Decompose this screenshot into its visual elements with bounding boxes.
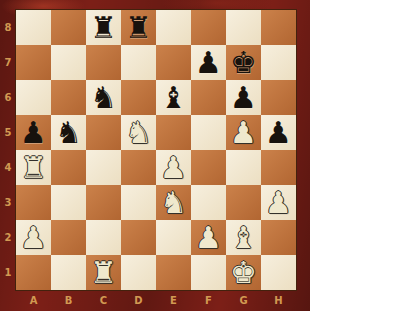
square-h4[interactable]: [261, 150, 296, 185]
square-e3[interactable]: ♞: [156, 185, 191, 220]
square-c7[interactable]: [86, 45, 121, 80]
black-king-icon: ♚: [226, 45, 261, 80]
black-pawn-icon: ♟: [261, 115, 296, 150]
white-pawn-icon: ♟: [261, 185, 296, 220]
square-d4[interactable]: [121, 150, 156, 185]
square-d7[interactable]: [121, 45, 156, 80]
black-knight-icon: ♞: [86, 80, 121, 115]
square-d8[interactable]: ♜: [121, 10, 156, 45]
square-e5[interactable]: [156, 115, 191, 150]
square-a8[interactable]: [16, 10, 51, 45]
screenshot: 87654321 ♜♜♟♚♞♝♟♟♞♞♟♟♜♟♞♟♟♟♝♜♚ ABCDEFGH: [0, 0, 414, 311]
square-e4[interactable]: ♟: [156, 150, 191, 185]
square-e6[interactable]: ♝: [156, 80, 191, 115]
square-g6[interactable]: ♟: [226, 80, 261, 115]
rank-labels: 87654321: [0, 10, 16, 290]
square-g5[interactable]: ♟: [226, 115, 261, 150]
square-h6[interactable]: [261, 80, 296, 115]
square-a7[interactable]: [16, 45, 51, 80]
square-a6[interactable]: [16, 80, 51, 115]
square-f6[interactable]: [191, 80, 226, 115]
square-a1[interactable]: [16, 255, 51, 290]
chess-board: 87654321 ♜♜♟♚♞♝♟♟♞♞♟♟♜♟♞♟♟♟♝♜♚ ABCDEFGH: [0, 0, 310, 311]
square-h2[interactable]: [261, 220, 296, 255]
black-knight-icon: ♞: [51, 115, 86, 150]
square-g3[interactable]: [226, 185, 261, 220]
black-bishop-icon: ♝: [156, 80, 191, 115]
square-f1[interactable]: [191, 255, 226, 290]
rank-label-2: 2: [0, 220, 16, 255]
square-c5[interactable]: [86, 115, 121, 150]
square-e7[interactable]: [156, 45, 191, 80]
file-label-f: F: [191, 292, 226, 308]
white-knight-icon: ♞: [121, 115, 156, 150]
square-b7[interactable]: [51, 45, 86, 80]
square-a5[interactable]: ♟: [16, 115, 51, 150]
square-b5[interactable]: ♞: [51, 115, 86, 150]
black-pawn-icon: ♟: [226, 80, 261, 115]
black-rook-icon: ♜: [121, 10, 156, 45]
square-h5[interactable]: ♟: [261, 115, 296, 150]
file-label-e: E: [156, 292, 191, 308]
square-d6[interactable]: [121, 80, 156, 115]
file-label-c: C: [86, 292, 121, 308]
black-pawn-icon: ♟: [191, 45, 226, 80]
file-label-a: A: [16, 292, 51, 308]
rank-label-8: 8: [0, 10, 16, 45]
square-g7[interactable]: ♚: [226, 45, 261, 80]
square-c6[interactable]: ♞: [86, 80, 121, 115]
file-label-h: H: [261, 292, 296, 308]
square-g1[interactable]: ♚: [226, 255, 261, 290]
square-c1[interactable]: ♜: [86, 255, 121, 290]
square-b1[interactable]: [51, 255, 86, 290]
white-pawn-icon: ♟: [156, 150, 191, 185]
square-f8[interactable]: [191, 10, 226, 45]
rank-label-6: 6: [0, 80, 16, 115]
square-g4[interactable]: [226, 150, 261, 185]
square-a4[interactable]: ♜: [16, 150, 51, 185]
file-label-d: D: [121, 292, 156, 308]
white-rook-icon: ♜: [86, 255, 121, 290]
square-b8[interactable]: [51, 10, 86, 45]
square-c3[interactable]: [86, 185, 121, 220]
rank-label-1: 1: [0, 255, 16, 290]
square-c4[interactable]: [86, 150, 121, 185]
rank-label-3: 3: [0, 185, 16, 220]
square-b2[interactable]: [51, 220, 86, 255]
file-labels: ABCDEFGH: [16, 292, 296, 308]
square-f4[interactable]: [191, 150, 226, 185]
white-knight-icon: ♞: [156, 185, 191, 220]
white-pawn-icon: ♟: [16, 220, 51, 255]
rank-label-5: 5: [0, 115, 16, 150]
square-c2[interactable]: [86, 220, 121, 255]
square-g8[interactable]: [226, 10, 261, 45]
white-rook-icon: ♜: [16, 150, 51, 185]
square-d5[interactable]: ♞: [121, 115, 156, 150]
file-label-g: G: [226, 292, 261, 308]
square-h7[interactable]: [261, 45, 296, 80]
square-d2[interactable]: [121, 220, 156, 255]
white-king-icon: ♚: [226, 255, 261, 290]
square-h3[interactable]: ♟: [261, 185, 296, 220]
rank-label-4: 4: [0, 150, 16, 185]
square-e8[interactable]: [156, 10, 191, 45]
file-label-b: B: [51, 292, 86, 308]
square-b4[interactable]: [51, 150, 86, 185]
black-rook-icon: ♜: [86, 10, 121, 45]
square-f5[interactable]: [191, 115, 226, 150]
square-g2[interactable]: ♝: [226, 220, 261, 255]
square-f2[interactable]: ♟: [191, 220, 226, 255]
square-f3[interactable]: [191, 185, 226, 220]
white-pawn-icon: ♟: [226, 115, 261, 150]
rank-label-7: 7: [0, 45, 16, 80]
square-b6[interactable]: [51, 80, 86, 115]
square-h1[interactable]: [261, 255, 296, 290]
black-pawn-icon: ♟: [16, 115, 51, 150]
square-e2[interactable]: [156, 220, 191, 255]
square-c8[interactable]: ♜: [86, 10, 121, 45]
square-b3[interactable]: [51, 185, 86, 220]
square-e1[interactable]: [156, 255, 191, 290]
square-a3[interactable]: [16, 185, 51, 220]
square-a2[interactable]: ♟: [16, 220, 51, 255]
white-pawn-icon: ♟: [191, 220, 226, 255]
square-f7[interactable]: ♟: [191, 45, 226, 80]
square-h8[interactable]: [261, 10, 296, 45]
white-bishop-icon: ♝: [226, 220, 261, 255]
board-squares: ♜♜♟♚♞♝♟♟♞♞♟♟♜♟♞♟♟♟♝♜♚: [16, 10, 296, 290]
square-d3[interactable]: [121, 185, 156, 220]
square-d1[interactable]: [121, 255, 156, 290]
